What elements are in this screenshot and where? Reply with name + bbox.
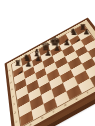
coordinate-rank-3: 3 (12, 102, 14, 106)
scene: abcdefgh 87654321 ♜♞♝♛♚♝♞♜♟♟♟♟♟♟♟♟ (0, 0, 95, 126)
square-a1[interactable] (19, 110, 33, 126)
coordinate-rank-2: 2 (13, 110, 15, 114)
coordinate-file-b: b (40, 116, 43, 121)
coordinate-rank-5: 5 (10, 87, 12, 91)
coordinate-file-d: d (63, 103, 66, 107)
chess-set-photo: abcdefgh 87654321 ♜♞♝♛♚♝♞♜♟♟♟♟♟♟♟♟ (0, 0, 95, 126)
coordinate-file-e: e (74, 97, 77, 101)
chess-piece-n-g8[interactable]: ♞ (69, 28, 77, 38)
coordinate-file-a: a (29, 122, 32, 126)
coordinate-rank-6: 6 (10, 81, 12, 84)
coordinate-rank-4: 4 (11, 94, 13, 98)
chess-board: abcdefgh 87654321 ♜♞♝♛♚♝♞♜♟♟♟♟♟♟♟♟ (4, 17, 95, 126)
coordinate-rank-8: 8 (8, 69, 10, 72)
chess-piece-p-e7[interactable]: ♟ (53, 45, 60, 53)
coordinate-file-f: f (86, 91, 89, 95)
coordinate-rank-7: 7 (9, 75, 11, 78)
chess-piece-r-a8[interactable]: ♜ (14, 60, 21, 69)
coordinate-rank-1: 1 (15, 119, 17, 124)
coordinate-file-c: c (52, 109, 55, 113)
